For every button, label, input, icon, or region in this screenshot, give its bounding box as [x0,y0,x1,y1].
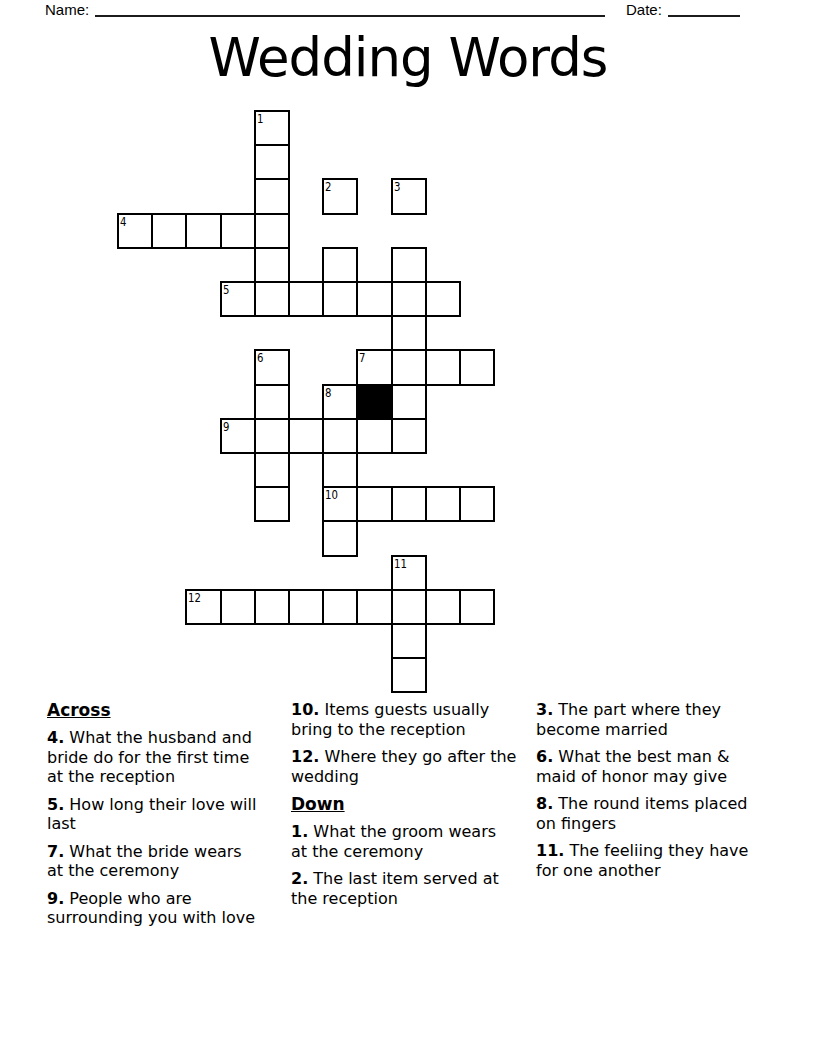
cell-r11-c7[interactable] [356,486,392,522]
clue-3-number: 3. [536,700,553,719]
cell-r11-c9[interactable] [425,486,461,522]
date-blank-line [668,15,740,17]
clue-5-number: 5. [47,795,64,814]
puzzle-title: Wedding Words [0,28,816,88]
clue-10: 10. Items guests usually bring to the re… [291,700,517,739]
clue-8-number: 8. [536,794,553,813]
cell-r7-c10[interactable] [459,349,495,385]
cell-r11-c10[interactable] [459,486,495,522]
clue-10-number: 10. [291,700,319,719]
cell-r12-c6[interactable] [322,520,358,556]
clue-number-10: 10 [325,488,338,501]
cell-r14-c2[interactable]: 12 [185,589,221,625]
cell-r14-c10[interactable] [459,589,495,625]
cell-r3-c1[interactable] [151,213,187,249]
clue-4-number: 4. [47,728,64,747]
cell-r2-c8[interactable]: 3 [391,178,427,214]
name-blank-line [95,15,605,17]
cell-r13-c8[interactable]: 11 [391,555,427,591]
cell-r9-c3[interactable]: 9 [220,418,256,454]
clue-12-number: 12. [291,747,319,766]
cell-r14-c4[interactable] [254,589,290,625]
clue-4: 4. What the husband and bride do for the… [47,728,259,787]
clues-heading-across: Across [47,700,259,721]
clue-number-5: 5 [223,283,229,296]
cell-r9-c7[interactable] [356,418,392,454]
cell-r15-c8[interactable] [391,623,427,659]
clue-number-6: 6 [257,351,263,364]
cell-r3-c3[interactable] [220,213,256,249]
clue-2-number: 2. [291,869,308,888]
cell-r9-c6[interactable] [322,418,358,454]
cell-r7-c8[interactable] [391,349,427,385]
cell-r9-c5[interactable] [288,418,324,454]
cell-r14-c7[interactable] [356,589,392,625]
cell-r2-c4[interactable] [254,178,290,214]
cell-r8-c8[interactable] [391,384,427,420]
cell-r7-c9[interactable] [425,349,461,385]
clue-8: 8. The round items placed on fingers [536,794,772,833]
cell-r14-c6[interactable] [322,589,358,625]
cell-r10-c6[interactable] [322,452,358,488]
name-label: Name: [45,1,89,18]
cell-r11-c8[interactable] [391,486,427,522]
clue-number-12: 12 [188,591,201,604]
cell-r4-c6[interactable] [322,247,358,283]
cell-r5-c6[interactable] [322,281,358,317]
clue-7: 7. What the bride wears at the ceremony [47,842,259,881]
cell-r3-c0[interactable]: 4 [117,213,153,249]
cell-r11-c6[interactable]: 10 [322,486,358,522]
clue-number-9: 9 [223,420,229,433]
blocked-cell [356,384,392,420]
cell-r5-c3[interactable]: 5 [220,281,256,317]
cell-r4-c8[interactable] [391,247,427,283]
clue-9: 9. People who are surrounding you with l… [47,889,259,928]
clue-column-2: 10. Items guests usually bring to the re… [291,700,517,916]
cell-r14-c3[interactable] [220,589,256,625]
cell-r3-c2[interactable] [185,213,221,249]
clue-number-8: 8 [325,386,331,399]
clue-3: 3. The part where they become married [536,700,772,739]
clue-number-11: 11 [394,557,407,570]
cell-r14-c5[interactable] [288,589,324,625]
clue-11-number: 11. [536,841,564,860]
cell-r5-c5[interactable] [288,281,324,317]
clue-11: 11. The feeliing they have for one anoth… [536,841,772,880]
cell-r0-c4[interactable]: 1 [254,110,290,146]
clue-1: 1. What the groom wears at the ceremony [291,822,517,861]
clue-number-3: 3 [394,180,400,193]
cell-r14-c8[interactable] [391,589,427,625]
cell-r10-c4[interactable] [254,452,290,488]
clue-2: 2. The last item served at the reception [291,869,517,908]
date-label: Date: [626,1,662,18]
cell-r4-c4[interactable] [254,247,290,283]
clue-column-1: Across4. What the husband and bride do f… [47,700,259,936]
cell-r7-c7[interactable]: 7 [356,349,392,385]
cell-r9-c4[interactable] [254,418,290,454]
cell-r6-c8[interactable] [391,315,427,351]
cell-r14-c9[interactable] [425,589,461,625]
clue-number-7: 7 [359,351,365,364]
crossword-grid: 123456789101112 [117,110,496,694]
cell-r3-c4[interactable] [254,213,290,249]
cell-r16-c8[interactable] [391,657,427,693]
clue-9-number: 9. [47,889,64,908]
clue-6: 6. What the best man & maid of honor may… [536,747,772,786]
cell-r9-c8[interactable] [391,418,427,454]
cell-r11-c4[interactable] [254,486,290,522]
cell-r5-c7[interactable] [356,281,392,317]
cell-r5-c4[interactable] [254,281,290,317]
clue-column-3: 3. The part where they become married6. … [536,700,772,888]
clue-number-1: 1 [257,112,263,125]
clue-12: 12. Where they go after the wedding [291,747,517,786]
clue-number-4: 4 [120,215,126,228]
clue-number-2: 2 [325,180,331,193]
clue-6-number: 6. [536,747,553,766]
cell-r1-c4[interactable] [254,144,290,180]
cell-r5-c9[interactable] [425,281,461,317]
clue-7-number: 7. [47,842,64,861]
clues-heading-down: Down [291,794,517,815]
clue-5: 5. How long their love will last [47,795,259,834]
cell-r8-c4[interactable] [254,384,290,420]
cell-r5-c8[interactable] [391,281,427,317]
cell-r8-c6[interactable]: 8 [322,384,358,420]
cell-r7-c4[interactable]: 6 [254,349,290,385]
clue-1-number: 1. [291,822,308,841]
cell-r2-c6[interactable]: 2 [322,178,358,214]
